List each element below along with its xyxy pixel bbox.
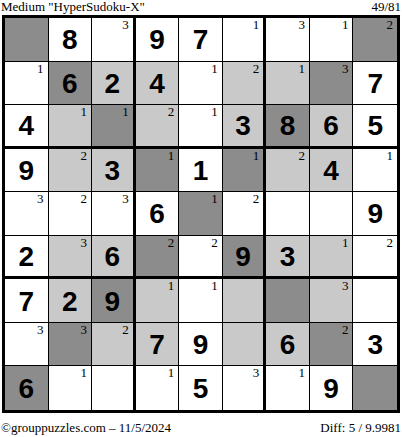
- corner-group-number: 1: [211, 192, 218, 206]
- cell-r4c5[interactable]: 1: [179, 149, 223, 193]
- corner-group-number: 3: [253, 366, 260, 380]
- given-digit: 6: [149, 200, 165, 228]
- cell-r1c9[interactable]: 2: [353, 18, 397, 62]
- cell-r8c8[interactable]: 2: [310, 323, 354, 367]
- cell-r5c7[interactable]: [266, 192, 310, 236]
- puzzle-title: Medium "HyperSudoku-X": [1, 0, 145, 14]
- cell-r6c3[interactable]: 6: [92, 236, 136, 280]
- cell-r8c9[interactable]: 3: [353, 323, 397, 367]
- cell-r7c1[interactable]: 7: [5, 279, 49, 323]
- corner-group-number: 1: [81, 366, 88, 380]
- cell-r3c5[interactable]: 1: [179, 105, 223, 149]
- cell-r3c6[interactable]: 3: [223, 105, 267, 149]
- cell-r3c9[interactable]: 5: [353, 105, 397, 149]
- cell-r8c1[interactable]: 3: [5, 323, 49, 367]
- given-digit: 1: [193, 157, 209, 185]
- cell-r7c2[interactable]: 2: [49, 279, 93, 323]
- cell-r1c8[interactable]: 1: [310, 18, 354, 62]
- corner-group-number: 2: [298, 149, 305, 163]
- cell-r4c2[interactable]: 2: [49, 149, 93, 193]
- given-digit: 4: [323, 157, 339, 185]
- cell-r9c7[interactable]: 1: [266, 366, 310, 410]
- cell-r8c3[interactable]: 2: [92, 323, 136, 367]
- cell-r3c2[interactable]: 1: [49, 105, 93, 149]
- given-digit: 2: [105, 70, 121, 98]
- cell-r4c7[interactable]: 2: [266, 149, 310, 193]
- given-digit: 6: [280, 331, 296, 359]
- cell-r3c3[interactable]: 1: [92, 105, 136, 149]
- cell-r6c4[interactable]: 2: [136, 236, 180, 280]
- given-digit: 7: [193, 26, 209, 54]
- sudoku-board: 8397131216241213741121386592311124132361…: [2, 15, 400, 413]
- corner-group-number: 1: [211, 105, 218, 119]
- given-digit: 6: [18, 375, 34, 403]
- cell-r8c7[interactable]: 6: [266, 323, 310, 367]
- cell-r4c6[interactable]: 1: [223, 149, 267, 193]
- corner-group-number: 1: [253, 149, 260, 163]
- empty-cell-counter: 49/81: [371, 0, 401, 14]
- corner-group-number: 1: [298, 62, 305, 76]
- cell-r3c4[interactable]: 2: [136, 105, 180, 149]
- given-digit: 2: [18, 243, 34, 271]
- cell-r5c9[interactable]: 9: [353, 192, 397, 236]
- given-digit: 8: [280, 112, 296, 140]
- footer-bar: ©grouppuzzles.com – 11/5/2024 Diff: 5 / …: [0, 420, 402, 435]
- cell-r4c9[interactable]: 1: [353, 149, 397, 193]
- cell-r5c1[interactable]: 3: [5, 192, 49, 236]
- corner-group-number: 2: [211, 236, 218, 250]
- cell-r1c2[interactable]: 8: [49, 18, 93, 62]
- corner-group-number: 3: [37, 192, 44, 206]
- corner-group-number: 1: [37, 62, 44, 76]
- cell-r2c9[interactable]: 7: [353, 62, 397, 106]
- corner-group-number: 2: [168, 105, 175, 119]
- corner-group-number: 3: [122, 192, 129, 206]
- given-digit: 4: [18, 112, 34, 140]
- given-digit: 3: [280, 243, 296, 271]
- cell-r1c3[interactable]: 3: [92, 18, 136, 62]
- cell-r6c5[interactable]: 2: [179, 236, 223, 280]
- cell-r2c5[interactable]: 1: [179, 62, 223, 106]
- given-digit: 6: [105, 243, 121, 271]
- cell-r5c4[interactable]: 6: [136, 192, 180, 236]
- corner-group-number: 3: [81, 323, 88, 337]
- corner-group-number: 2: [168, 236, 175, 250]
- cell-r8c5[interactable]: 9: [179, 323, 223, 367]
- cell-r2c2[interactable]: 6: [49, 62, 93, 106]
- cell-r4c1[interactable]: 9: [5, 149, 49, 193]
- corner-group-number: 1: [168, 366, 175, 380]
- cell-r6c6[interactable]: 9: [223, 236, 267, 280]
- cell-r2c7[interactable]: 1: [266, 62, 310, 106]
- given-digit: 9: [18, 157, 34, 185]
- cell-r6c7[interactable]: 3: [266, 236, 310, 280]
- cell-r5c8[interactable]: [310, 192, 354, 236]
- cell-r3c7[interactable]: 8: [266, 105, 310, 149]
- cell-r7c3[interactable]: 9: [92, 279, 136, 323]
- cell-r5c2[interactable]: 2: [49, 192, 93, 236]
- corner-group-number: 1: [387, 149, 394, 163]
- cell-r9c4[interactable]: 1: [136, 366, 180, 410]
- corner-group-number: 3: [298, 18, 305, 32]
- given-digit: 2: [62, 288, 78, 316]
- cell-r2c1[interactable]: 1: [5, 62, 49, 106]
- given-digit: 6: [323, 112, 339, 140]
- given-digit: 3: [367, 331, 383, 359]
- cell-r2c6[interactable]: 2: [223, 62, 267, 106]
- cell-r8c2[interactable]: 3: [49, 323, 93, 367]
- corner-group-number: 2: [253, 62, 260, 76]
- corner-group-number: 1: [253, 18, 260, 32]
- cell-r5c5[interactable]: 1: [179, 192, 223, 236]
- corner-group-number: 3: [342, 62, 349, 76]
- cell-r9c2[interactable]: 1: [49, 366, 93, 410]
- corner-group-number: 3: [81, 236, 88, 250]
- given-digit: 5: [367, 112, 383, 140]
- given-digit: 9: [193, 331, 209, 359]
- cell-r1c5[interactable]: 7: [179, 18, 223, 62]
- corner-group-number: 2: [387, 236, 394, 250]
- corner-group-number: 1: [342, 18, 349, 32]
- corner-group-number: 3: [122, 18, 129, 32]
- given-digit: 3: [235, 112, 251, 140]
- cell-r9c6[interactable]: 3: [223, 366, 267, 410]
- corner-group-number: 1: [298, 366, 305, 380]
- cell-r1c7[interactable]: 3: [266, 18, 310, 62]
- cell-r9c8[interactable]: 9: [310, 366, 354, 410]
- difficulty-rating: Diff: 5 / 9.9981: [320, 420, 401, 435]
- corner-group-number: 2: [81, 192, 88, 206]
- cell-r7c4[interactable]: 1: [136, 279, 180, 323]
- corner-group-number: 1: [211, 62, 218, 76]
- cell-r4c4[interactable]: 1: [136, 149, 180, 193]
- cell-r9c1[interactable]: 6: [5, 366, 49, 410]
- cell-r6c1[interactable]: 2: [5, 236, 49, 280]
- cell-r9c3[interactable]: [92, 366, 136, 410]
- corner-group-number: 1: [168, 149, 175, 163]
- corner-group-number: 2: [253, 192, 260, 206]
- cell-r4c8[interactable]: 4: [310, 149, 354, 193]
- cell-r8c4[interactable]: 7: [136, 323, 180, 367]
- corner-group-number: 2: [342, 323, 349, 337]
- given-digit: 7: [367, 70, 383, 98]
- cell-r9c5[interactable]: 5: [179, 366, 223, 410]
- given-digit: 8: [62, 26, 78, 54]
- given-digit: 9: [323, 375, 339, 403]
- cell-r7c9[interactable]: [353, 279, 397, 323]
- cell-r5c3[interactable]: 3: [92, 192, 136, 236]
- cell-r1c1[interactable]: [5, 18, 49, 62]
- corner-group-number: 1: [168, 279, 175, 293]
- given-digit: 9: [235, 243, 251, 271]
- cell-r1c4[interactable]: 9: [136, 18, 180, 62]
- copyright-date: ©grouppuzzles.com – 11/5/2024: [1, 420, 171, 435]
- cell-r7c6[interactable]: [223, 279, 267, 323]
- corner-group-number: 3: [37, 323, 44, 337]
- cell-r8c6[interactable]: [223, 323, 267, 367]
- given-digit: 4: [149, 70, 165, 98]
- cell-r7c7[interactable]: [266, 279, 310, 323]
- corner-group-number: 1: [342, 236, 349, 250]
- cell-r6c8[interactable]: 1: [310, 236, 354, 280]
- cell-r3c8[interactable]: 6: [310, 105, 354, 149]
- cell-r7c8[interactable]: 3: [310, 279, 354, 323]
- cell-r2c3[interactable]: 2: [92, 62, 136, 106]
- corner-group-number: 3: [342, 279, 349, 293]
- cell-r4c3[interactable]: 3: [92, 149, 136, 193]
- given-digit: 9: [105, 288, 121, 316]
- cell-r6c9[interactable]: 2: [353, 236, 397, 280]
- given-digit: 6: [62, 70, 78, 98]
- given-digit: 9: [367, 200, 383, 228]
- corner-group-number: 1: [81, 105, 88, 119]
- title-bar: Medium "HyperSudoku-X" 49/81: [1, 0, 401, 15]
- cell-r9c9[interactable]: [353, 366, 397, 410]
- cell-r7c5[interactable]: 1: [179, 279, 223, 323]
- cell-r1c6[interactable]: 1: [223, 18, 267, 62]
- corner-group-number: 2: [122, 323, 129, 337]
- cell-r2c4[interactable]: 4: [136, 62, 180, 106]
- given-digit: 9: [149, 26, 165, 54]
- corner-group-number: 1: [211, 279, 218, 293]
- given-digit: 7: [149, 331, 165, 359]
- corner-group-number: 2: [81, 149, 88, 163]
- given-digit: 7: [18, 288, 34, 316]
- given-digit: 3: [105, 157, 121, 185]
- cell-r6c2[interactable]: 3: [49, 236, 93, 280]
- cell-r5c6[interactable]: 2: [223, 192, 267, 236]
- cell-r3c1[interactable]: 4: [5, 105, 49, 149]
- given-digit: 5: [193, 375, 209, 403]
- cell-r2c8[interactable]: 3: [310, 62, 354, 106]
- corner-group-number: 2: [387, 18, 394, 32]
- corner-group-number: 1: [122, 105, 129, 119]
